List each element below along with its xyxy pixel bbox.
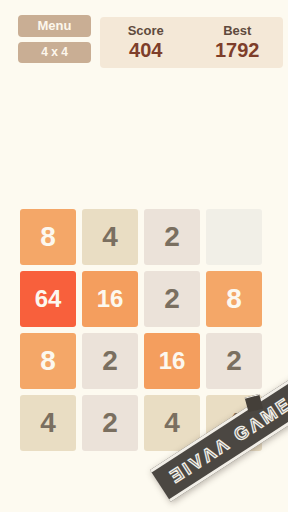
tile-16-r2c2: 16 xyxy=(82,271,138,327)
score-label: Score xyxy=(100,23,192,38)
tile-2-r3c4: 2 xyxy=(206,333,262,389)
board-grid[interactable]: 842641628821624244 xyxy=(20,209,262,451)
tile-2-r4c2: 2 xyxy=(82,395,138,451)
menu-button[interactable]: Menu xyxy=(18,15,91,37)
score-value: 404 xyxy=(100,39,192,62)
empty-cell-r1c4 xyxy=(206,209,262,265)
tile-8-r2c4: 8 xyxy=(206,271,262,327)
best-label: Best xyxy=(192,23,284,38)
tile-2-r3c2: 2 xyxy=(82,333,138,389)
tile-4-r4c1: 4 xyxy=(20,395,76,451)
best-box: Best 1792 xyxy=(192,17,284,68)
tile-2-r1c3: 2 xyxy=(144,209,200,265)
tile-4-r1c2: 4 xyxy=(82,209,138,265)
score-box: Score 404 xyxy=(100,17,192,68)
tile-8-r1c1: 8 xyxy=(20,209,76,265)
game-screen: Menu 4 x 4 Score 404 Best 1792 842641628… xyxy=(0,0,288,512)
board-size-button[interactable]: 4 x 4 xyxy=(18,42,91,63)
score-panel: Score 404 Best 1792 xyxy=(100,17,283,68)
tile-8-r3c1: 8 xyxy=(20,333,76,389)
tile-16-r3c3: 16 xyxy=(144,333,200,389)
tile-2-r2c3: 2 xyxy=(144,271,200,327)
tile-64-r2c1: 64 xyxy=(20,271,76,327)
best-value: 1792 xyxy=(192,39,284,62)
